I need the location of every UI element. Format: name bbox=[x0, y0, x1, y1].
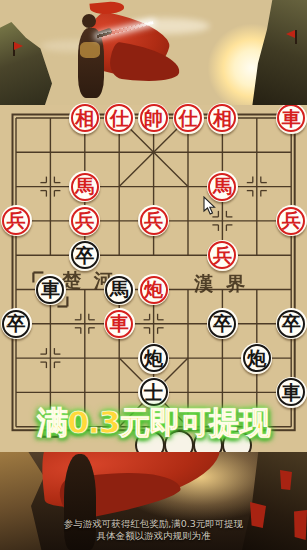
piece-character: 相 bbox=[207, 103, 238, 134]
piece-character: 兵 bbox=[276, 205, 307, 236]
warrior-head bbox=[82, 14, 96, 28]
background-art-top bbox=[0, 0, 307, 105]
red-elephant-piece[interactable]: 相 bbox=[207, 103, 238, 134]
red-soldier-piece[interactable]: 兵 bbox=[138, 205, 169, 236]
piece-character: 炮 bbox=[241, 343, 272, 374]
red-advisor-piece[interactable]: 仕 bbox=[173, 103, 204, 134]
warrior-body bbox=[78, 28, 104, 98]
piece-character: 炮 bbox=[138, 343, 169, 374]
piece-character: 馬 bbox=[69, 171, 100, 202]
piece-character: 相 bbox=[69, 103, 100, 134]
black-horse-piece[interactable]: 馬 bbox=[104, 274, 135, 305]
red-advisor-piece[interactable]: 仕 bbox=[104, 103, 135, 134]
warrior-armor bbox=[80, 42, 100, 58]
cash-withdraw-banner: 满0.3元即可提现 bbox=[0, 400, 307, 444]
piece-character: 車 bbox=[276, 103, 307, 134]
piece-character: 馬 bbox=[104, 274, 135, 305]
left-cliff-art bbox=[0, 22, 52, 105]
red-flag-art bbox=[14, 42, 23, 50]
xiangqi-game-screen: 楚河 漢界 相仕帥仕相車馬馬兵兵兵兵兵卒車馬炮卒車卒卒炮炮士車 满0.3元即可提… bbox=[0, 0, 307, 550]
footer-disclaimer-line1: 参与游戏可获得红包奖励,满0.3元即可提现 bbox=[0, 518, 307, 530]
black-soldier-piece[interactable]: 卒 bbox=[1, 308, 32, 339]
red-soldier-piece[interactable]: 兵 bbox=[207, 240, 238, 271]
red-horse-piece[interactable]: 馬 bbox=[69, 171, 100, 202]
piece-character: 仕 bbox=[173, 103, 204, 134]
piece-character: 卒 bbox=[207, 308, 238, 339]
footer-disclaimer-line2: 具体金额以游戏内规则为准 bbox=[0, 530, 307, 542]
warrior-art bbox=[52, 2, 172, 105]
piece-character: 卒 bbox=[69, 240, 100, 271]
piece-character: 卒 bbox=[1, 308, 32, 339]
red-soldier-piece[interactable]: 兵 bbox=[276, 205, 307, 236]
mouse-cursor bbox=[203, 196, 217, 216]
red-general-piece[interactable]: 帥 bbox=[138, 103, 169, 134]
black-soldier-piece[interactable]: 卒 bbox=[207, 308, 238, 339]
helmet-plume bbox=[89, 0, 124, 15]
piece-character: 兵 bbox=[138, 205, 169, 236]
piece-character: 車 bbox=[104, 308, 135, 339]
red-soldier-piece[interactable]: 兵 bbox=[1, 205, 32, 236]
piece-character: 卒 bbox=[276, 308, 307, 339]
black-soldier-piece[interactable]: 卒 bbox=[276, 308, 307, 339]
piece-character: 兵 bbox=[207, 240, 238, 271]
red-soldier-piece[interactable]: 兵 bbox=[69, 205, 100, 236]
red-cannon-piece[interactable]: 炮 bbox=[138, 274, 169, 305]
black-cannon-piece[interactable]: 炮 bbox=[241, 343, 272, 374]
piece-character: 帥 bbox=[138, 103, 169, 134]
red-chariot-piece[interactable]: 車 bbox=[276, 103, 307, 134]
red-chariot-piece[interactable]: 車 bbox=[104, 308, 135, 339]
red-elephant-piece[interactable]: 相 bbox=[69, 103, 100, 134]
red-flag-art bbox=[280, 470, 292, 490]
piece-character: 車 bbox=[35, 274, 66, 305]
piece-character: 仕 bbox=[104, 103, 135, 134]
black-soldier-piece[interactable]: 卒 bbox=[69, 240, 100, 271]
piece-character: 兵 bbox=[1, 205, 32, 236]
piece-character: 炮 bbox=[138, 274, 169, 305]
river-label-han-jie: 漢界 bbox=[194, 271, 258, 297]
red-flag-art bbox=[286, 30, 295, 38]
red-cape-art bbox=[108, 41, 182, 86]
black-chariot-piece[interactable]: 車 bbox=[35, 274, 66, 305]
piece-character: 兵 bbox=[69, 205, 100, 236]
black-cannon-piece[interactable]: 炮 bbox=[138, 343, 169, 374]
background-art-bottom: 参与游戏可获得红包奖励,满0.3元即可提现 具体金额以游戏内规则为准 bbox=[0, 452, 307, 550]
flag-pole bbox=[295, 30, 297, 44]
